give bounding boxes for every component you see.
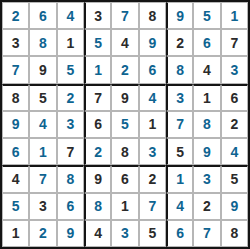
cell-r9c5[interactable]: 3 <box>111 220 138 247</box>
cell-r7c6[interactable]: 2 <box>139 165 166 192</box>
cell-r5c7[interactable]: 7 <box>166 111 193 138</box>
cell-r3c8[interactable]: 4 <box>193 56 220 83</box>
cell-r6c7[interactable]: 5 <box>166 138 193 165</box>
cell-r4c5[interactable]: 9 <box>111 84 138 111</box>
cell-r4c2[interactable]: 5 <box>29 84 56 111</box>
cell-r3c3[interactable]: 5 <box>57 56 84 83</box>
cell-r4c3[interactable]: 2 <box>57 84 84 111</box>
cell-r2c5[interactable]: 4 <box>111 29 138 56</box>
cell-r4c1[interactable]: 8 <box>2 84 29 111</box>
cell-r6c3[interactable]: 7 <box>57 138 84 165</box>
cell-r9c4[interactable]: 4 <box>84 220 111 247</box>
cell-r5c9[interactable]: 2 <box>221 111 248 138</box>
cell-r8c3[interactable]: 6 <box>57 193 84 220</box>
cell-r4c4[interactable]: 7 <box>84 84 111 111</box>
cell-r5c8[interactable]: 8 <box>193 111 220 138</box>
cell-r7c3[interactable]: 8 <box>57 165 84 192</box>
cell-r9c1[interactable]: 1 <box>2 220 29 247</box>
cell-r2c9[interactable]: 7 <box>221 29 248 56</box>
cell-r3c4[interactable]: 1 <box>84 56 111 83</box>
cell-r8c7[interactable]: 4 <box>166 193 193 220</box>
cell-r6c5[interactable]: 8 <box>111 138 138 165</box>
cell-r6c4[interactable]: 2 <box>84 138 111 165</box>
cell-r9c9[interactable]: 8 <box>221 220 248 247</box>
cell-r6c2[interactable]: 1 <box>29 138 56 165</box>
cell-r8c1[interactable]: 5 <box>2 193 29 220</box>
cell-r8c8[interactable]: 2 <box>193 193 220 220</box>
cell-r3c2[interactable]: 9 <box>29 56 56 83</box>
cell-r7c4[interactable]: 9 <box>84 165 111 192</box>
cell-r5c5[interactable]: 5 <box>111 111 138 138</box>
cell-r7c2[interactable]: 7 <box>29 165 56 192</box>
cell-r1c5[interactable]: 7 <box>111 2 138 29</box>
cell-r4c9[interactable]: 6 <box>221 84 248 111</box>
cell-r3c6[interactable]: 6 <box>139 56 166 83</box>
cell-r2c3[interactable]: 1 <box>57 29 84 56</box>
cell-r1c2[interactable]: 6 <box>29 2 56 29</box>
cell-r5c6[interactable]: 1 <box>139 111 166 138</box>
cell-r3c5[interactable]: 2 <box>111 56 138 83</box>
cell-r8c2[interactable]: 3 <box>29 193 56 220</box>
cell-r4c8[interactable]: 1 <box>193 84 220 111</box>
cell-r7c7[interactable]: 1 <box>166 165 193 192</box>
cell-r1c8[interactable]: 5 <box>193 2 220 29</box>
cell-r9c3[interactable]: 9 <box>57 220 84 247</box>
cell-r7c8[interactable]: 3 <box>193 165 220 192</box>
cell-r2c1[interactable]: 3 <box>2 29 29 56</box>
cell-r1c3[interactable]: 4 <box>57 2 84 29</box>
cell-r5c1[interactable]: 9 <box>2 111 29 138</box>
cell-r6c1[interactable]: 6 <box>2 138 29 165</box>
cell-r8c5[interactable]: 1 <box>111 193 138 220</box>
cell-r2c6[interactable]: 9 <box>139 29 166 56</box>
cell-r7c9[interactable]: 5 <box>221 165 248 192</box>
cell-r5c4[interactable]: 6 <box>84 111 111 138</box>
cell-r9c6[interactable]: 5 <box>139 220 166 247</box>
cell-r5c3[interactable]: 3 <box>57 111 84 138</box>
cell-r1c7[interactable]: 9 <box>166 2 193 29</box>
cell-r7c5[interactable]: 6 <box>111 165 138 192</box>
cell-r3c7[interactable]: 8 <box>166 56 193 83</box>
cell-r4c7[interactable]: 3 <box>166 84 193 111</box>
cell-r2c4[interactable]: 5 <box>84 29 111 56</box>
cell-r6c8[interactable]: 9 <box>193 138 220 165</box>
cell-r6c6[interactable]: 3 <box>139 138 166 165</box>
cell-r2c2[interactable]: 8 <box>29 29 56 56</box>
cell-r5c2[interactable]: 4 <box>29 111 56 138</box>
cell-r1c1[interactable]: 2 <box>2 2 29 29</box>
cell-r8c4[interactable]: 8 <box>84 193 111 220</box>
cell-r9c7[interactable]: 6 <box>166 220 193 247</box>
cell-r1c4[interactable]: 3 <box>84 2 111 29</box>
cell-r9c2[interactable]: 2 <box>29 220 56 247</box>
cell-r4c6[interactable]: 4 <box>139 84 166 111</box>
cell-r9c8[interactable]: 7 <box>193 220 220 247</box>
cell-r3c1[interactable]: 7 <box>2 56 29 83</box>
cell-r2c8[interactable]: 6 <box>193 29 220 56</box>
cell-r8c6[interactable]: 7 <box>139 193 166 220</box>
cell-r1c6[interactable]: 8 <box>139 2 166 29</box>
cell-r2c7[interactable]: 2 <box>166 29 193 56</box>
cell-r8c9[interactable]: 9 <box>221 193 248 220</box>
cell-r3c9[interactable]: 3 <box>221 56 248 83</box>
cell-r1c9[interactable]: 1 <box>221 2 248 29</box>
cell-r7c1[interactable]: 4 <box>2 165 29 192</box>
sudoku-board: 2643789513815492677951268438527943169436… <box>0 0 250 249</box>
cell-r6c9[interactable]: 4 <box>221 138 248 165</box>
